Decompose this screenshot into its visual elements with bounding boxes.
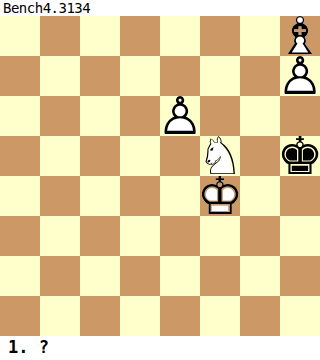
square-f8[interactable] <box>200 16 240 56</box>
square-a2[interactable] <box>0 256 40 296</box>
square-g2[interactable] <box>240 256 280 296</box>
piece-fill-layer: ♟ <box>277 50 320 102</box>
square-c3[interactable] <box>80 216 120 256</box>
piece-fill-layer: ♝ <box>277 10 320 62</box>
square-e8[interactable] <box>160 16 200 56</box>
square-h7[interactable]: ♟♙ <box>280 56 320 96</box>
black-king[interactable]: ♚ <box>280 136 320 176</box>
piece-fill-layer: ♟ <box>157 90 204 142</box>
square-e1[interactable] <box>160 296 200 336</box>
piece-outline-layer: ♘ <box>197 130 244 182</box>
square-f7[interactable] <box>200 56 240 96</box>
square-f2[interactable] <box>200 256 240 296</box>
piece-outline-layer: ♙ <box>277 50 320 102</box>
square-a8[interactable] <box>0 16 40 56</box>
square-h2[interactable] <box>280 256 320 296</box>
square-g8[interactable] <box>240 16 280 56</box>
square-c7[interactable] <box>80 56 120 96</box>
piece-fill-layer: ♞ <box>197 130 244 182</box>
square-d8[interactable] <box>120 16 160 56</box>
square-b1[interactable] <box>40 296 80 336</box>
square-g6[interactable] <box>240 96 280 136</box>
square-c4[interactable] <box>80 176 120 216</box>
square-h8[interactable]: ♝♗ <box>280 16 320 56</box>
white-pawn[interactable]: ♟♙ <box>160 96 200 136</box>
square-g1[interactable] <box>240 296 280 336</box>
square-c1[interactable] <box>80 296 120 336</box>
square-d3[interactable] <box>120 216 160 256</box>
square-b3[interactable] <box>40 216 80 256</box>
square-b5[interactable] <box>40 136 80 176</box>
square-a4[interactable] <box>0 176 40 216</box>
square-e6[interactable]: ♟♙ <box>160 96 200 136</box>
square-d2[interactable] <box>120 256 160 296</box>
square-d5[interactable] <box>120 136 160 176</box>
square-c2[interactable] <box>80 256 120 296</box>
square-b8[interactable] <box>40 16 80 56</box>
square-d4[interactable] <box>120 176 160 216</box>
square-f3[interactable] <box>200 216 240 256</box>
square-h3[interactable] <box>280 216 320 256</box>
square-e5[interactable] <box>160 136 200 176</box>
square-b6[interactable] <box>40 96 80 136</box>
square-e2[interactable] <box>160 256 200 296</box>
piece-fill-layer: ♚ <box>197 170 244 222</box>
square-h1[interactable] <box>280 296 320 336</box>
square-c5[interactable] <box>80 136 120 176</box>
square-f1[interactable] <box>200 296 240 336</box>
piece-outline-layer: ♗ <box>277 10 320 62</box>
page-title: Bench4.3134 <box>3 0 90 16</box>
square-f5[interactable]: ♞♘ <box>200 136 240 176</box>
white-king[interactable]: ♚♔ <box>200 176 240 216</box>
white-pawn[interactable]: ♟♙ <box>280 56 320 96</box>
title-bar: Bench4.3134 <box>0 0 320 16</box>
square-a6[interactable] <box>0 96 40 136</box>
piece-glyph: ♚ <box>277 130 320 182</box>
square-h4[interactable] <box>280 176 320 216</box>
square-d1[interactable] <box>120 296 160 336</box>
piece-outline-layer: ♙ <box>157 90 204 142</box>
square-a1[interactable] <box>0 296 40 336</box>
square-b4[interactable] <box>40 176 80 216</box>
square-e7[interactable] <box>160 56 200 96</box>
square-b7[interactable] <box>40 56 80 96</box>
square-h5[interactable]: ♚ <box>280 136 320 176</box>
square-f4[interactable]: ♚♔ <box>200 176 240 216</box>
square-a5[interactable] <box>0 136 40 176</box>
square-b2[interactable] <box>40 256 80 296</box>
square-d6[interactable] <box>120 96 160 136</box>
square-d7[interactable] <box>120 56 160 96</box>
square-e4[interactable] <box>160 176 200 216</box>
square-g4[interactable] <box>240 176 280 216</box>
square-h6[interactable] <box>280 96 320 136</box>
square-g3[interactable] <box>240 216 280 256</box>
chess-board: ♝♗♟♙♟♙♞♘♚♚♔ <box>0 16 320 336</box>
piece-outline-layer: ♔ <box>197 170 244 222</box>
move-prompt: 1. ? <box>8 336 49 360</box>
square-c6[interactable] <box>80 96 120 136</box>
square-a7[interactable] <box>0 56 40 96</box>
square-f6[interactable] <box>200 96 240 136</box>
square-c8[interactable] <box>80 16 120 56</box>
square-g5[interactable] <box>240 136 280 176</box>
square-e3[interactable] <box>160 216 200 256</box>
square-a3[interactable] <box>0 216 40 256</box>
status-bar: 1. ? <box>0 336 320 360</box>
square-g7[interactable] <box>240 56 280 96</box>
white-bishop[interactable]: ♝♗ <box>280 16 320 56</box>
white-knight[interactable]: ♞♘ <box>200 136 240 176</box>
